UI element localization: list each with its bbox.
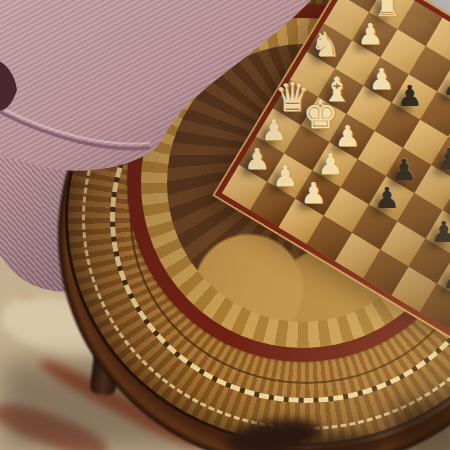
- photograph: ♜♟♟♞♟♟♝♟♛♛♚♟♟♟♟♟♟♟♝♟♟♟♟: [0, 0, 450, 450]
- armchair-rib-texture: [0, 0, 320, 171]
- corner-shadow: [396, 404, 450, 450]
- armchair-back: [0, 0, 450, 450]
